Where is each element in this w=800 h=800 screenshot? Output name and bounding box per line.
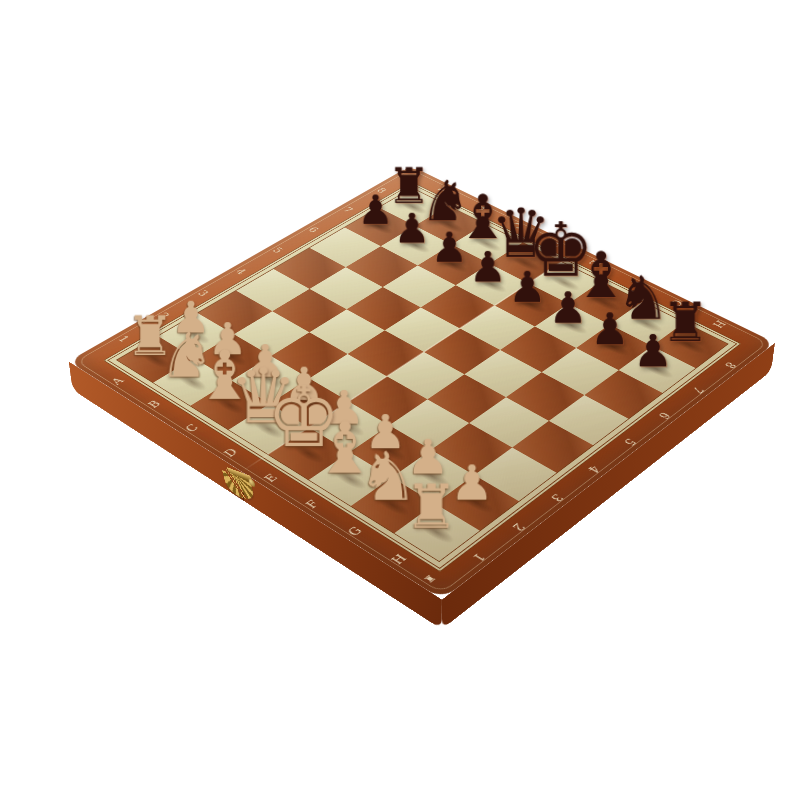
piece-white-rook-h1: ♜	[353, 478, 510, 536]
product-photo-scene: AABBCCDDEEFFGGHH1122334455667788♜ ♜♞♝♛♚♝…	[0, 0, 800, 800]
piece-black-pawn-h7: ♟	[582, 330, 724, 372]
piece-shadow: ♜	[415, 518, 459, 547]
chess-board: AABBCCDDEEFFGGHH1122334455667788♜ ♜♞♝♛♚♝…	[69, 166, 775, 600]
board-top-surface: AABBCCDDEEFFGGHH1122334455667788♜ ♜♞♝♛♚♝…	[69, 166, 775, 600]
piece-shadow: ♟	[636, 358, 678, 381]
